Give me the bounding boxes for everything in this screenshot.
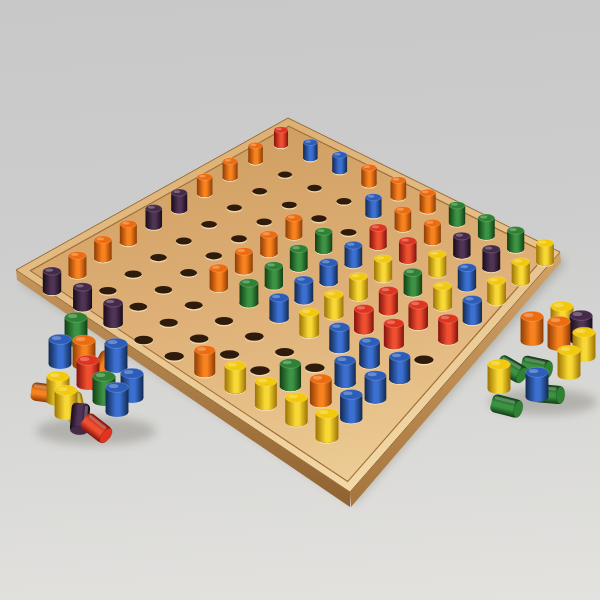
peg-yellow[interactable] bbox=[285, 393, 307, 427]
peg-green[interactable] bbox=[280, 359, 301, 391]
board-hole[interactable] bbox=[245, 332, 264, 342]
peg-green[interactable] bbox=[404, 268, 423, 296]
peg-yellow[interactable] bbox=[433, 282, 452, 311]
board-hole[interactable] bbox=[275, 348, 294, 358]
peg-yellow[interactable] bbox=[512, 258, 530, 286]
board-hole[interactable] bbox=[220, 350, 239, 360]
board-hole[interactable] bbox=[185, 301, 203, 310]
peg-blue[interactable] bbox=[365, 371, 387, 404]
pegboard-scene bbox=[0, 0, 600, 600]
board-hole[interactable] bbox=[155, 286, 172, 295]
peg-orange[interactable] bbox=[391, 177, 407, 201]
peg-dark-purple[interactable] bbox=[43, 267, 61, 295]
right-pile-peg-orange[interactable] bbox=[521, 311, 544, 346]
peg-yellow[interactable] bbox=[349, 273, 368, 301]
peg-orange[interactable] bbox=[197, 173, 213, 197]
peg-yellow[interactable] bbox=[428, 250, 446, 277]
board-hole[interactable] bbox=[250, 366, 270, 376]
peg-red[interactable] bbox=[384, 319, 404, 350]
peg-orange[interactable] bbox=[223, 158, 238, 181]
peg-dark-purple[interactable] bbox=[482, 245, 500, 272]
photo-background bbox=[0, 0, 600, 600]
peg-blue[interactable] bbox=[335, 356, 356, 388]
peg-dark-purple[interactable] bbox=[73, 283, 92, 312]
peg-orange[interactable] bbox=[285, 214, 302, 240]
peg-blue[interactable] bbox=[365, 194, 381, 219]
board-hole[interactable] bbox=[341, 229, 357, 237]
peg-orange[interactable] bbox=[260, 231, 277, 257]
peg-blue[interactable] bbox=[269, 293, 288, 322]
board-hole[interactable] bbox=[160, 319, 178, 328]
peg-blue[interactable] bbox=[303, 139, 317, 161]
peg-blue[interactable] bbox=[359, 337, 380, 368]
board-hole[interactable] bbox=[99, 287, 116, 296]
board-hole[interactable] bbox=[256, 218, 271, 226]
peg-yellow[interactable] bbox=[225, 361, 246, 394]
peg-yellow[interactable] bbox=[374, 255, 392, 283]
peg-orange[interactable] bbox=[194, 345, 215, 377]
peg-blue[interactable] bbox=[389, 352, 410, 384]
peg-red[interactable] bbox=[438, 314, 458, 344]
peg-dark-purple[interactable] bbox=[103, 298, 122, 328]
peg-blue[interactable] bbox=[345, 241, 363, 268]
board-hole[interactable] bbox=[282, 202, 297, 210]
board-hole[interactable] bbox=[134, 336, 153, 346]
board-hole[interactable] bbox=[307, 185, 321, 193]
board-hole[interactable] bbox=[206, 252, 222, 261]
peg-yellow[interactable] bbox=[324, 290, 343, 319]
board-hole[interactable] bbox=[414, 356, 433, 366]
board-hole[interactable] bbox=[201, 221, 217, 229]
board-hole[interactable] bbox=[305, 363, 325, 373]
peg-green[interactable] bbox=[478, 214, 495, 240]
peg-green[interactable] bbox=[240, 279, 259, 308]
peg-yellow[interactable] bbox=[487, 277, 506, 306]
board-hole[interactable] bbox=[150, 254, 166, 263]
peg-red[interactable] bbox=[408, 300, 428, 330]
peg-orange[interactable] bbox=[395, 207, 412, 232]
right-pile-peg-yellow[interactable] bbox=[488, 359, 511, 394]
peg-green[interactable] bbox=[265, 262, 283, 290]
peg-orange[interactable] bbox=[235, 247, 253, 274]
peg-orange[interactable] bbox=[424, 219, 441, 245]
peg-yellow[interactable] bbox=[255, 377, 277, 410]
board-hole[interactable] bbox=[278, 171, 292, 179]
board-hole[interactable] bbox=[227, 204, 242, 212]
peg-blue[interactable] bbox=[320, 259, 338, 287]
peg-blue[interactable] bbox=[458, 263, 476, 291]
peg-orange[interactable] bbox=[94, 236, 111, 263]
peg-blue[interactable] bbox=[340, 389, 362, 423]
peg-blue[interactable] bbox=[329, 323, 349, 354]
peg-blue[interactable] bbox=[332, 152, 347, 175]
peg-dark-purple[interactable] bbox=[453, 232, 470, 258]
peg-dark-purple[interactable] bbox=[171, 189, 187, 213]
peg-blue[interactable] bbox=[294, 276, 313, 305]
left-pile-peg-blue[interactable] bbox=[105, 338, 128, 373]
board-hole[interactable] bbox=[215, 317, 233, 326]
peg-orange[interactable] bbox=[68, 251, 86, 278]
board-hole[interactable] bbox=[231, 235, 247, 243]
board-hole[interactable] bbox=[311, 215, 326, 223]
peg-red[interactable] bbox=[274, 127, 288, 148]
peg-yellow[interactable] bbox=[316, 408, 339, 443]
peg-orange[interactable] bbox=[120, 220, 137, 246]
peg-blue[interactable] bbox=[463, 295, 482, 324]
board-hole[interactable] bbox=[252, 188, 267, 196]
peg-green[interactable] bbox=[449, 202, 465, 227]
board-hole[interactable] bbox=[129, 303, 147, 312]
peg-dark-purple[interactable] bbox=[146, 205, 163, 230]
peg-orange[interactable] bbox=[210, 264, 228, 292]
peg-green[interactable] bbox=[507, 227, 524, 253]
right-pile-peg-yellow[interactable] bbox=[558, 345, 581, 380]
peg-orange[interactable] bbox=[310, 374, 332, 407]
board-hole[interactable] bbox=[125, 270, 142, 279]
board-hole[interactable] bbox=[165, 352, 184, 362]
left-pile-peg-blue[interactable] bbox=[106, 382, 129, 417]
peg-orange[interactable] bbox=[361, 164, 376, 187]
board-hole[interactable] bbox=[337, 198, 352, 206]
peg-yellow[interactable] bbox=[536, 239, 554, 266]
board-hole[interactable] bbox=[180, 269, 197, 278]
peg-green[interactable] bbox=[315, 228, 332, 254]
peg-yellow[interactable] bbox=[299, 308, 319, 338]
peg-orange[interactable] bbox=[248, 142, 263, 164]
right-pile-peg-blue[interactable] bbox=[526, 367, 549, 402]
peg-red[interactable] bbox=[370, 224, 387, 250]
left-pile-peg-blue[interactable] bbox=[49, 334, 72, 369]
board-hole[interactable] bbox=[176, 237, 192, 245]
peg-red[interactable] bbox=[354, 305, 374, 335]
peg-orange[interactable] bbox=[420, 189, 436, 213]
peg-red[interactable] bbox=[399, 237, 417, 264]
peg-red[interactable] bbox=[379, 286, 398, 315]
peg-green[interactable] bbox=[290, 245, 308, 272]
board-hole[interactable] bbox=[190, 335, 209, 345]
